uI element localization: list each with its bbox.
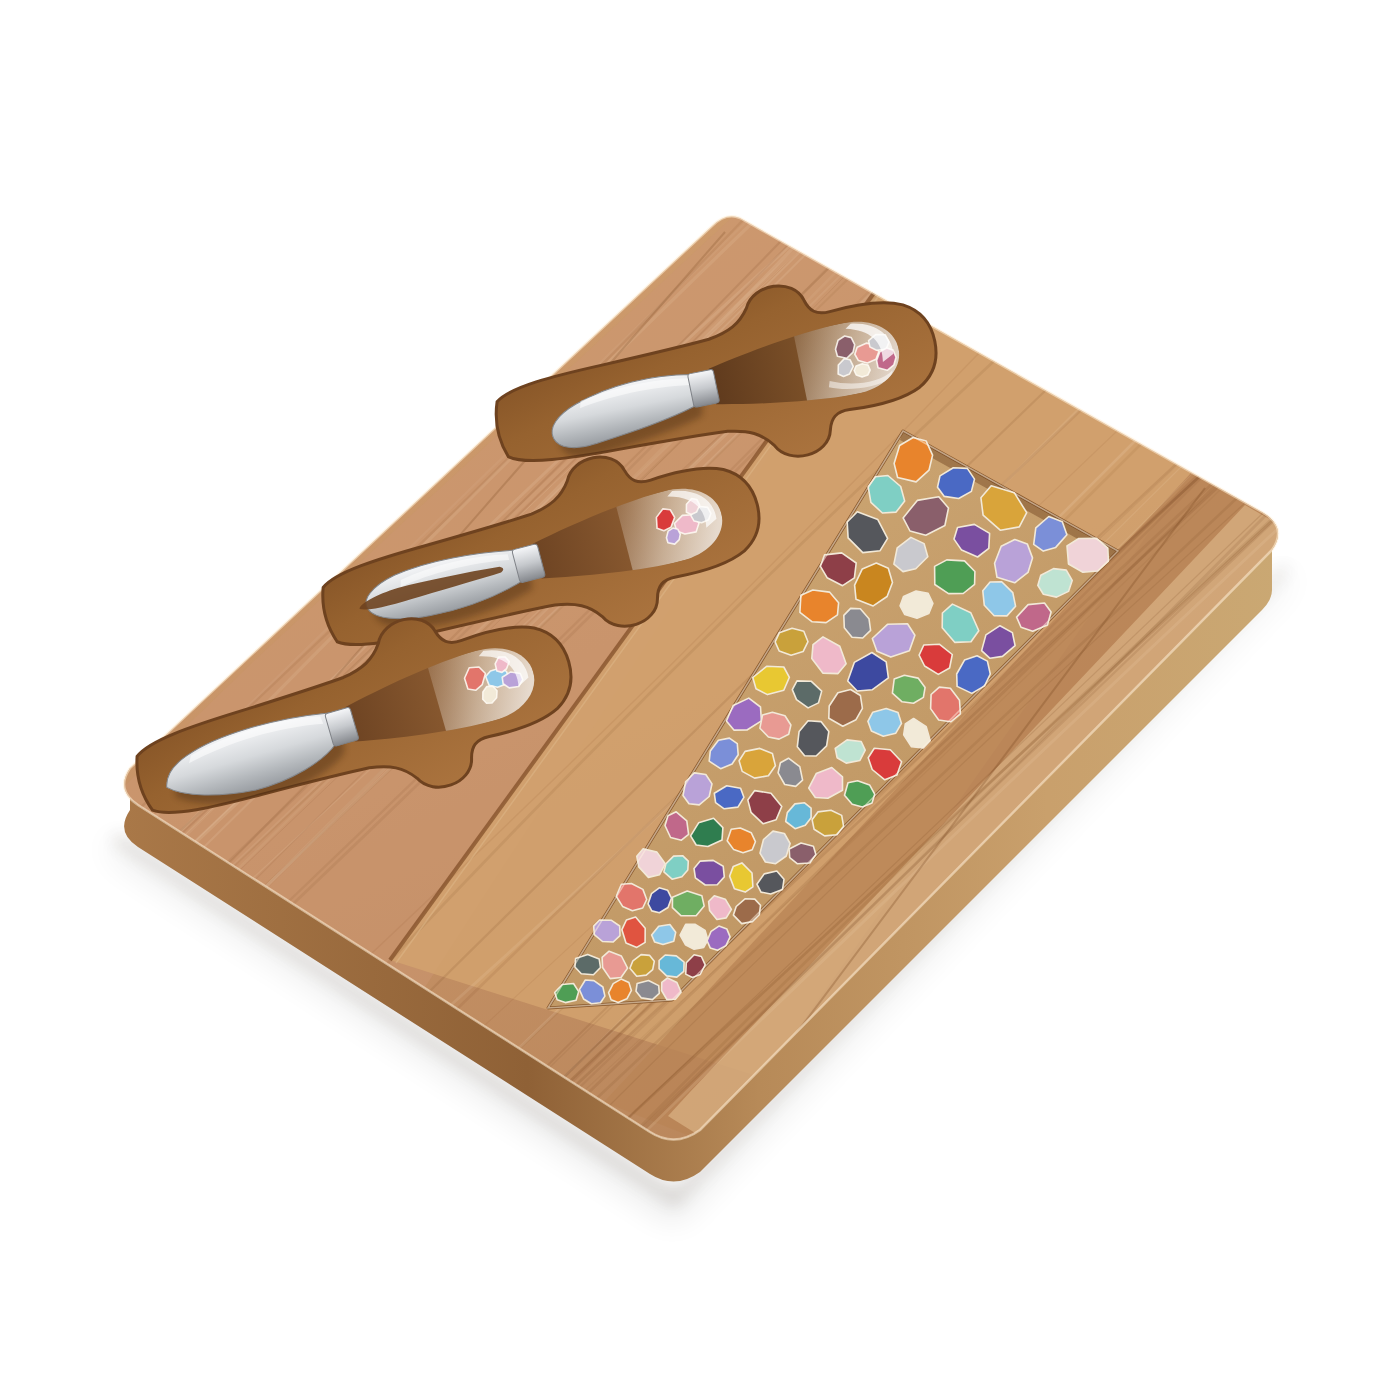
mosaic-tile bbox=[789, 843, 816, 864]
mosaic-tile bbox=[636, 981, 659, 1000]
mosaic-tile bbox=[868, 709, 902, 737]
mosaic-tile bbox=[672, 891, 704, 916]
cheese-board-photo bbox=[0, 0, 1400, 1400]
mosaic-tile bbox=[775, 628, 808, 655]
mosaic-tile bbox=[935, 560, 975, 594]
mosaic-tile bbox=[800, 590, 839, 623]
product-photo-stage: Angled overhead product photo of a recta… bbox=[0, 0, 1400, 1400]
mosaic-tile bbox=[900, 591, 933, 618]
cheese-board bbox=[110, 210, 1300, 1182]
